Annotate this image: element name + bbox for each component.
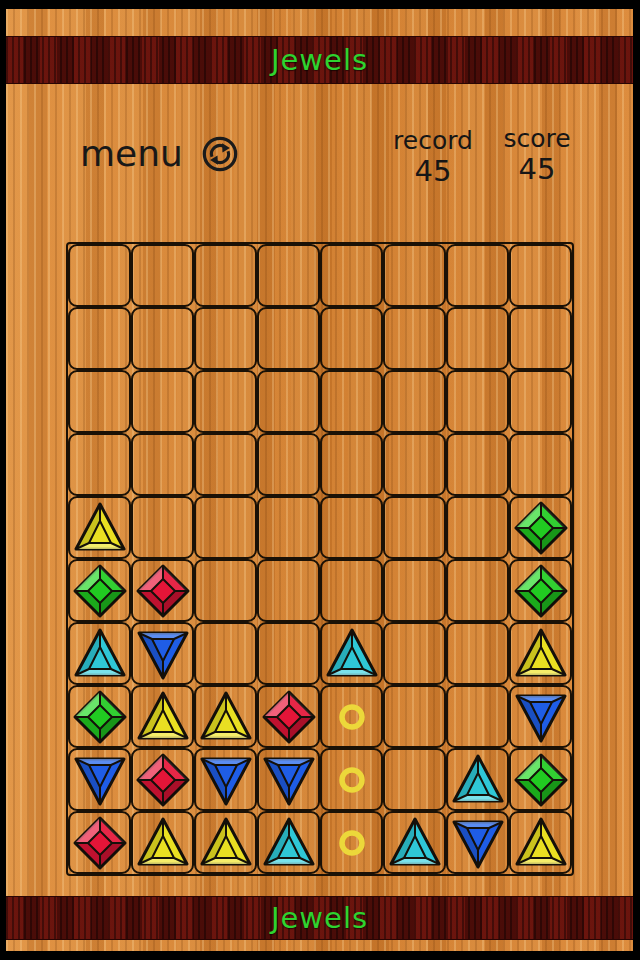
board-cell[interactable] [194,811,257,874]
yellow-triangle-gem-icon [135,815,191,871]
yellow-triangle-gem-icon [72,500,128,556]
board-cell[interactable] [509,370,572,433]
green-diamond-gem-icon [72,563,128,619]
board-cell[interactable] [383,370,446,433]
board-cell[interactable] [257,370,320,433]
restart-button[interactable] [200,134,240,174]
board-cell[interactable] [257,559,320,622]
board-cell[interactable] [509,811,572,874]
board-cell[interactable] [194,685,257,748]
blue-triangle-gem-icon [135,626,191,682]
score-stat: score 45 [472,125,602,186]
board-cell[interactable] [383,559,446,622]
board-cell[interactable] [383,622,446,685]
board-cell[interactable] [68,559,131,622]
board-cell[interactable] [446,685,509,748]
blue-triangle-gem-icon [261,752,317,808]
board-cell[interactable] [257,811,320,874]
board-cell[interactable] [446,748,509,811]
hud: menu record 45 score 45 [6,117,633,209]
board-cell[interactable] [320,496,383,559]
red-diamond-gem-icon [261,689,317,745]
bottom-title-bar: Jewels [6,896,633,940]
board-cell[interactable] [446,244,509,307]
blue-triangle-gem-icon [513,689,569,745]
board-cell[interactable] [446,622,509,685]
board-cell[interactable] [383,433,446,496]
game-title-bottom: Jewels [271,901,368,935]
board-cell[interactable] [383,496,446,559]
board-cell[interactable] [131,748,194,811]
board-cell[interactable] [320,622,383,685]
blue-triangle-gem-icon [198,752,254,808]
game-title-top: Jewels [271,43,368,77]
board-cell[interactable] [383,685,446,748]
board-cell[interactable] [509,622,572,685]
cyan-triangle-gem-icon [450,752,506,808]
yellow-ring-icon [324,752,380,808]
yellow-ring-icon [324,689,380,745]
board-cell[interactable] [509,307,572,370]
green-diamond-gem-icon [513,563,569,619]
yellow-triangle-gem-icon [198,815,254,871]
board-cell[interactable] [194,496,257,559]
restart-icon [201,135,239,173]
board-cell[interactable] [446,307,509,370]
board-cell[interactable] [131,244,194,307]
board-cell[interactable] [257,748,320,811]
blue-triangle-gem-icon [72,752,128,808]
board-cell[interactable] [194,244,257,307]
board-cell[interactable] [131,307,194,370]
board-cell[interactable] [383,748,446,811]
board-cell[interactable] [257,496,320,559]
blue-triangle-gem-icon [450,815,506,871]
board-cell[interactable] [320,370,383,433]
green-diamond-gem-icon [72,689,128,745]
board-cell[interactable] [131,811,194,874]
board-cell[interactable] [257,433,320,496]
board-cell[interactable] [68,811,131,874]
score-value: 45 [472,153,602,186]
top-title-bar: Jewels [6,36,633,84]
yellow-triangle-gem-icon [513,815,569,871]
board-cell[interactable] [131,622,194,685]
board-cell[interactable] [446,370,509,433]
board-cell[interactable] [194,307,257,370]
board-cell[interactable] [509,559,572,622]
board-cell[interactable] [68,244,131,307]
board-cell[interactable] [446,811,509,874]
board-cell[interactable] [68,685,131,748]
menu-group: menu [80,133,240,174]
board-cell[interactable] [509,496,572,559]
board-cell[interactable] [131,685,194,748]
board-cell[interactable] [320,307,383,370]
board-cell[interactable] [68,622,131,685]
board-cell[interactable] [68,748,131,811]
game-board [66,242,574,876]
board-cell[interactable] [257,685,320,748]
board-cell[interactable] [257,622,320,685]
board-cell[interactable] [68,496,131,559]
board-cell[interactable] [68,433,131,496]
board-cell[interactable] [509,748,572,811]
board-cell[interactable] [257,244,320,307]
board-cell[interactable] [194,748,257,811]
board-cell[interactable] [509,433,572,496]
board-cell[interactable] [320,685,383,748]
board-cell[interactable] [383,244,446,307]
green-diamond-gem-icon [513,500,569,556]
board-cell[interactable] [194,370,257,433]
board-cell[interactable] [194,622,257,685]
cyan-triangle-gem-icon [324,626,380,682]
board-cell[interactable] [194,433,257,496]
yellow-triangle-gem-icon [513,626,569,682]
cyan-triangle-gem-icon [387,815,443,871]
menu-button[interactable]: menu [80,133,183,174]
board-cell[interactable] [446,496,509,559]
board-cell[interactable] [383,307,446,370]
board-cell[interactable] [68,307,131,370]
board-cell[interactable] [257,307,320,370]
board-cell[interactable] [131,433,194,496]
cyan-triangle-gem-icon [261,815,317,871]
board-cell[interactable] [320,433,383,496]
red-diamond-gem-icon [135,563,191,619]
yellow-triangle-gem-icon [135,689,191,745]
score-label: score [472,125,602,153]
red-diamond-gem-icon [72,815,128,871]
board-cell[interactable] [320,748,383,811]
green-diamond-gem-icon [513,752,569,808]
board-cell[interactable] [446,559,509,622]
board-cell[interactable] [131,559,194,622]
red-diamond-gem-icon [135,752,191,808]
board-cell[interactable] [131,370,194,433]
board-cell[interactable] [131,496,194,559]
board-cell[interactable] [383,811,446,874]
yellow-ring-icon [324,815,380,871]
board-cell[interactable] [320,811,383,874]
board-cell[interactable] [509,685,572,748]
yellow-triangle-gem-icon [198,689,254,745]
board-cell[interactable] [194,559,257,622]
board-cell[interactable] [320,559,383,622]
board-cell[interactable] [509,244,572,307]
board-cell[interactable] [68,370,131,433]
wood-background: Jewels menu record 45 sco [6,9,633,951]
board-cell[interactable] [320,244,383,307]
cyan-triangle-gem-icon [72,626,128,682]
board-cell[interactable] [446,433,509,496]
